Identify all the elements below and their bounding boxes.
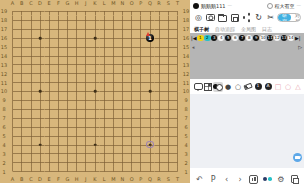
board-cell-T13[interactable]: [173, 60, 182, 69]
board-cell-P19[interactable]: [136, 7, 145, 16]
board-cell-L7[interactable]: [100, 114, 109, 123]
chart-icon[interactable]: [248, 173, 260, 185]
board-cell-T10[interactable]: [173, 87, 182, 96]
stone-color-toggle[interactable]: [261, 173, 273, 185]
board-cell-G6[interactable]: [63, 123, 72, 132]
board-cell-K16[interactable]: [90, 34, 99, 43]
board-cell-G8[interactable]: [63, 105, 72, 114]
board-cell-J13[interactable]: [81, 60, 90, 69]
board-cell-J19[interactable]: [81, 7, 90, 16]
board-cell-H6[interactable]: [72, 123, 81, 132]
board-cell-T18[interactable]: [173, 16, 182, 25]
board-cell-E2[interactable]: [45, 158, 54, 167]
board-cell-M15[interactable]: [109, 43, 118, 52]
board-cell-P4[interactable]: [136, 140, 145, 149]
board-cell-T5[interactable]: [173, 132, 182, 141]
board-cell-G15[interactable]: [63, 43, 72, 52]
white-stone-tool[interactable]: ○: [233, 82, 243, 92]
board-cell-G9[interactable]: [63, 96, 72, 105]
board-cell-L2[interactable]: [100, 158, 109, 167]
board-cell-N2[interactable]: [118, 158, 127, 167]
jump-to-start-icon[interactable]: |◀: [191, 36, 197, 41]
next-move-icon[interactable]: ›: [234, 173, 246, 185]
board-cell-J3[interactable]: [81, 149, 90, 158]
move-11-stone[interactable]: 11: [267, 35, 273, 41]
board-cell-G16[interactable]: [63, 34, 72, 43]
board-cell-N7[interactable]: [118, 114, 127, 123]
board-cell-J14[interactable]: [81, 51, 90, 60]
board-cell-Q13[interactable]: [145, 60, 154, 69]
board-cell-C14[interactable]: [26, 51, 35, 60]
board-cell-B17[interactable]: [17, 25, 26, 34]
board-cell-E4[interactable]: [45, 140, 54, 149]
board-cell-B2[interactable]: [17, 158, 26, 167]
board-cell-K10[interactable]: [90, 87, 99, 96]
move-7-stone[interactable]: 7: [239, 35, 245, 41]
board-cell-Q10[interactable]: [145, 87, 154, 96]
board-cell-R16[interactable]: [155, 34, 164, 43]
board-cell-G19[interactable]: [63, 7, 72, 16]
pass-button[interactable]: P: [207, 173, 219, 185]
board-cell-T11[interactable]: [173, 78, 182, 87]
board-cell-F18[interactable]: [54, 16, 63, 25]
board-cell-G12[interactable]: [63, 69, 72, 78]
board-cell-Q2[interactable]: [145, 158, 154, 167]
board-cell-T8[interactable]: [173, 105, 182, 114]
board-cell-C1[interactable]: [26, 167, 35, 176]
board-cell-R8[interactable]: [155, 105, 164, 114]
board-cell-D13[interactable]: [35, 60, 44, 69]
board-cell-Q7[interactable]: [145, 114, 154, 123]
board-cell-S6[interactable]: [164, 123, 173, 132]
board-cell-R4[interactable]: [155, 140, 164, 149]
board-cell-N13[interactable]: [118, 60, 127, 69]
board-cell-N9[interactable]: [118, 96, 127, 105]
board-cell-K12[interactable]: [90, 69, 99, 78]
board-cell-F9[interactable]: [54, 96, 63, 105]
board-cell-J2[interactable]: [81, 158, 90, 167]
board-cell-S1[interactable]: [164, 167, 173, 176]
letter-marker-tool[interactable]: A: [263, 82, 273, 92]
board-cell-O8[interactable]: [127, 105, 136, 114]
board-cell-O1[interactable]: [127, 167, 136, 176]
board-cell-Q14[interactable]: [145, 51, 154, 60]
board-cell-K18[interactable]: [90, 16, 99, 25]
board-cell-S17[interactable]: [164, 25, 173, 34]
board-cell-M17[interactable]: [109, 25, 118, 34]
board-cell-R5[interactable]: [155, 132, 164, 141]
board-cell-T17[interactable]: [173, 25, 182, 34]
board-cell-N16[interactable]: [118, 34, 127, 43]
board-cell-O3[interactable]: [127, 149, 136, 158]
board-cell-F13[interactable]: [54, 60, 63, 69]
board-cell-C19[interactable]: [26, 7, 35, 16]
board-cell-M1[interactable]: [109, 167, 118, 176]
board-cell-M18[interactable]: [109, 16, 118, 25]
board-cell-H1[interactable]: [72, 167, 81, 176]
board-cell-F4[interactable]: [54, 140, 63, 149]
board-cell-E12[interactable]: [45, 69, 54, 78]
board-cell-A2[interactable]: [8, 158, 17, 167]
board-cell-E1[interactable]: [45, 167, 54, 176]
board-cell-H9[interactable]: [72, 96, 81, 105]
board-cell-H3[interactable]: [72, 149, 81, 158]
board-cell-T14[interactable]: [173, 51, 182, 60]
board-cell-K6[interactable]: [90, 123, 99, 132]
board-cell-B4[interactable]: [17, 140, 26, 149]
board-cell-P10[interactable]: [136, 87, 145, 96]
board-cell-T6[interactable]: [173, 123, 182, 132]
circle-marker-tool[interactable]: ○: [283, 82, 293, 92]
board-cell-R2[interactable]: [155, 158, 164, 167]
board-cell-A8[interactable]: [8, 105, 17, 114]
move-14-stone[interactable]: 14: [288, 35, 294, 41]
board-cell-M12[interactable]: [109, 69, 118, 78]
record-icon[interactable]: ◎: [193, 12, 204, 23]
settings-icon[interactable]: ⚙: [275, 173, 287, 185]
board-cell-R11[interactable]: [155, 78, 164, 87]
board-cell-L14[interactable]: [100, 51, 109, 60]
board-cell-H14[interactable]: [72, 51, 81, 60]
board-cell-J15[interactable]: [81, 43, 90, 52]
board-cell-D4[interactable]: [35, 140, 44, 149]
board-cell-S9[interactable]: [164, 96, 173, 105]
board-cell-K7[interactable]: [90, 114, 99, 123]
tab-2[interactable]: 自动追踪: [215, 26, 235, 32]
board-cell-G2[interactable]: [63, 158, 72, 167]
board-cell-D5[interactable]: [35, 132, 44, 141]
fast-back-icon[interactable]: «: [192, 45, 195, 50]
tab-4[interactable]: 日志: [262, 26, 272, 32]
square-marker-tool[interactable]: □: [273, 82, 283, 92]
board-cell-M6[interactable]: [109, 123, 118, 132]
move-6-stone[interactable]: 6: [232, 35, 238, 41]
new-board-icon[interactable]: [288, 173, 300, 185]
board-cell-H19[interactable]: [72, 7, 81, 16]
board-cell-K8[interactable]: [90, 105, 99, 114]
board-cell-B14[interactable]: [17, 51, 26, 60]
board-cell-B6[interactable]: [17, 123, 26, 132]
board-cell-J5[interactable]: [81, 132, 90, 141]
board-cell-F17[interactable]: [54, 25, 63, 34]
open-file-icon[interactable]: [217, 12, 228, 23]
board-cell-Q19[interactable]: [145, 7, 154, 16]
board-cell-K14[interactable]: [90, 51, 99, 60]
board-cell-A16[interactable]: [8, 34, 17, 43]
board-cell-R12[interactable]: [155, 69, 164, 78]
board-cell-Q11[interactable]: [145, 78, 154, 87]
board-cell-B12[interactable]: [17, 69, 26, 78]
board-cell-J10[interactable]: [81, 87, 90, 96]
board-cell-N11[interactable]: [118, 78, 127, 87]
board-cell-S3[interactable]: [164, 149, 173, 158]
camera-fab[interactable]: [293, 153, 302, 162]
undo-icon[interactable]: ↶: [194, 173, 206, 185]
board-cell-D10[interactable]: [35, 87, 44, 96]
board-cell-M11[interactable]: [109, 78, 118, 87]
board-cell-N19[interactable]: [118, 7, 127, 16]
board-cell-P16[interactable]: [136, 34, 145, 43]
board-cell-N1[interactable]: [118, 167, 127, 176]
board-cell-S16[interactable]: [164, 34, 173, 43]
board-cell-O10[interactable]: [127, 87, 136, 96]
board-cell-J7[interactable]: [81, 114, 90, 123]
board-cell-H12[interactable]: [72, 69, 81, 78]
board-cell-O2[interactable]: [127, 158, 136, 167]
alternate-play-tool[interactable]: [213, 82, 223, 92]
board-cell-Q5[interactable]: [145, 132, 154, 141]
board-cell-N4[interactable]: [118, 140, 127, 149]
board-cell-T12[interactable]: [173, 69, 182, 78]
board-cell-T1[interactable]: [173, 167, 182, 176]
board-cell-T19[interactable]: [173, 7, 182, 16]
board-cell-K4[interactable]: [90, 140, 99, 149]
board-cell-L10[interactable]: [100, 87, 109, 96]
board-cell-M5[interactable]: [109, 132, 118, 141]
board-cell-P8[interactable]: [136, 105, 145, 114]
move-3-stone[interactable]: 3: [211, 35, 217, 41]
board-cell-E6[interactable]: [45, 123, 54, 132]
board-cell-F12[interactable]: [54, 69, 63, 78]
board-cell-G11[interactable]: [63, 78, 72, 87]
board-cell-L16[interactable]: [100, 34, 109, 43]
mode-toggle-game[interactable]: 对局: [291, 14, 301, 21]
board-cell-B3[interactable]: [17, 149, 26, 158]
board-cell-S10[interactable]: [164, 87, 173, 96]
board-cell-R6[interactable]: [155, 123, 164, 132]
board-cell-T15[interactable]: [173, 43, 182, 52]
board-cell-C3[interactable]: [26, 149, 35, 158]
black-stone-tool[interactable]: ●: [223, 82, 233, 92]
board-cell-A15[interactable]: [8, 43, 17, 52]
board-cell-H13[interactable]: [72, 60, 81, 69]
board-cell-S18[interactable]: [164, 16, 173, 25]
board-cell-R14[interactable]: [155, 51, 164, 60]
board-grid[interactable]: 1: [8, 7, 182, 176]
jump-to-end-icon[interactable]: ▶|: [295, 36, 301, 41]
board-cell-H10[interactable]: [72, 87, 81, 96]
board-cell-D16[interactable]: [35, 34, 44, 43]
board-cell-L12[interactable]: [100, 69, 109, 78]
board-cell-B1[interactable]: [17, 167, 26, 176]
board-cell-N14[interactable]: [118, 51, 127, 60]
board-cell-D14[interactable]: [35, 51, 44, 60]
board-cell-R15[interactable]: [155, 43, 164, 52]
board-cell-F6[interactable]: [54, 123, 63, 132]
board-cell-F10[interactable]: [54, 87, 63, 96]
board-cell-H15[interactable]: [72, 43, 81, 52]
board-cell-T7[interactable]: [173, 114, 182, 123]
board-cell-S5[interactable]: [164, 132, 173, 141]
board-cell-N10[interactable]: [118, 87, 127, 96]
board-cell-D8[interactable]: [35, 105, 44, 114]
board-cell-B9[interactable]: [17, 96, 26, 105]
board-cell-E10[interactable]: [45, 87, 54, 96]
eraser-tool[interactable]: [243, 82, 253, 92]
board-cell-F2[interactable]: [54, 158, 63, 167]
board-cell-A1[interactable]: [8, 167, 17, 176]
board-cell-F11[interactable]: [54, 78, 63, 87]
board-cell-L1[interactable]: [100, 167, 109, 176]
board-cell-G4[interactable]: [63, 140, 72, 149]
board-cell-E11[interactable]: [45, 78, 54, 87]
board-cell-K5[interactable]: [90, 132, 99, 141]
board-cell-P17[interactable]: [136, 25, 145, 34]
board-cell-G17[interactable]: [63, 25, 72, 34]
board-cell-T3[interactable]: [173, 149, 182, 158]
board-cell-O7[interactable]: [127, 114, 136, 123]
board-cell-M3[interactable]: [109, 149, 118, 158]
board-cell-E5[interactable]: [45, 132, 54, 141]
board-cell-J16[interactable]: [81, 34, 90, 43]
board-cell-A3[interactable]: [8, 149, 17, 158]
board-cell-R17[interactable]: [155, 25, 164, 34]
board-cell-O4[interactable]: [127, 140, 136, 149]
board-cell-E18[interactable]: [45, 16, 54, 25]
board-cell-D11[interactable]: [35, 78, 44, 87]
board-cell-K11[interactable]: [90, 78, 99, 87]
board-cell-D2[interactable]: [35, 158, 44, 167]
board-cell-K13[interactable]: [90, 60, 99, 69]
board-cell-R7[interactable]: [155, 114, 164, 123]
board-cell-S11[interactable]: [164, 78, 173, 87]
board-cell-A10[interactable]: [8, 87, 17, 96]
board-cell-O5[interactable]: [127, 132, 136, 141]
board-cell-P5[interactable]: [136, 132, 145, 141]
board-cell-G14[interactable]: [63, 51, 72, 60]
board-cell-N15[interactable]: [118, 43, 127, 52]
board-cell-C15[interactable]: [26, 43, 35, 52]
x-marker-tool[interactable]: ×: [303, 82, 304, 92]
board-cell-C2[interactable]: [26, 158, 35, 167]
board-cell-Q9[interactable]: [145, 96, 154, 105]
board-cell-L13[interactable]: [100, 60, 109, 69]
board-cell-Q3[interactable]: [145, 149, 154, 158]
board-cell-G10[interactable]: [63, 87, 72, 96]
comment-tool[interactable]: [193, 82, 203, 92]
board-cell-O19[interactable]: [127, 7, 136, 16]
board-cell-D1[interactable]: [35, 167, 44, 176]
move-12-stone[interactable]: 12: [274, 35, 280, 41]
board-cell-F5[interactable]: [54, 132, 63, 141]
camera-icon[interactable]: [205, 12, 216, 23]
board-cell-H17[interactable]: [72, 25, 81, 34]
board-cell-K3[interactable]: [90, 149, 99, 158]
board-cell-E8[interactable]: [45, 105, 54, 114]
board-cell-C10[interactable]: [26, 87, 35, 96]
board-cell-H5[interactable]: [72, 132, 81, 141]
board-cell-G18[interactable]: [63, 16, 72, 25]
board-cell-L3[interactable]: [100, 149, 109, 158]
board-cell-B18[interactable]: [17, 16, 26, 25]
board-cell-K9[interactable]: [90, 96, 99, 105]
rotate-icon[interactable]: ↻: [253, 12, 264, 23]
board-cell-E17[interactable]: [45, 25, 54, 34]
board-cell-S7[interactable]: [164, 114, 173, 123]
board-cell-S2[interactable]: [164, 158, 173, 167]
board-cell-J12[interactable]: [81, 69, 90, 78]
board-cell-B13[interactable]: [17, 60, 26, 69]
board-cell-A17[interactable]: [8, 25, 17, 34]
board-cell-H8[interactable]: [72, 105, 81, 114]
board-cell-O16[interactable]: [127, 34, 136, 43]
board-cell-A18[interactable]: [8, 16, 17, 25]
board-cell-H4[interactable]: [72, 140, 81, 149]
board-cell-O14[interactable]: [127, 51, 136, 60]
board-cell-C17[interactable]: [26, 25, 35, 34]
board-cell-L8[interactable]: [100, 105, 109, 114]
board-cell-B19[interactable]: [17, 7, 26, 16]
board-cell-N17[interactable]: [118, 25, 127, 34]
board-cell-E7[interactable]: [45, 114, 54, 123]
board-cell-K17[interactable]: [90, 25, 99, 34]
board-cell-J9[interactable]: [81, 96, 90, 105]
move-1-stone[interactable]: 1: [197, 35, 203, 41]
board-cell-M7[interactable]: [109, 114, 118, 123]
board-cell-S19[interactable]: [164, 7, 173, 16]
board-cell-G5[interactable]: [63, 132, 72, 141]
board-cell-S4[interactable]: [164, 140, 173, 149]
board-cell-L15[interactable]: [100, 43, 109, 52]
board-cell-F16[interactable]: [54, 34, 63, 43]
board-cell-F1[interactable]: [54, 167, 63, 176]
board-cell-H18[interactable]: [72, 16, 81, 25]
board-cell-C12[interactable]: [26, 69, 35, 78]
move-5-stone[interactable]: 5: [225, 35, 231, 41]
board-cell-G7[interactable]: [63, 114, 72, 123]
board-cell-L18[interactable]: [100, 16, 109, 25]
board-cell-C13[interactable]: [26, 60, 35, 69]
board-cell-C18[interactable]: [26, 16, 35, 25]
board-cell-E15[interactable]: [45, 43, 54, 52]
board-cell-S14[interactable]: [164, 51, 173, 60]
board-cell-L9[interactable]: [100, 96, 109, 105]
board-cell-C16[interactable]: [26, 34, 35, 43]
board-cell-O9[interactable]: [127, 96, 136, 105]
board-cell-P12[interactable]: [136, 69, 145, 78]
board-cell-G3[interactable]: [63, 149, 72, 158]
board-cell-N6[interactable]: [118, 123, 127, 132]
board-cell-F14[interactable]: [54, 51, 63, 60]
board-cell-B7[interactable]: [17, 114, 26, 123]
board-cell-N18[interactable]: [118, 16, 127, 25]
board-cell-A19[interactable]: [8, 7, 17, 16]
board-cell-T9[interactable]: [173, 96, 182, 105]
mode-toggle[interactable]: 研究 对局: [277, 13, 301, 22]
play-forward-icon[interactable]: ▷: [298, 45, 302, 50]
board-cell-S8[interactable]: [164, 105, 173, 114]
board-cell-P14[interactable]: [136, 51, 145, 60]
board-cell-C9[interactable]: [26, 96, 35, 105]
board-cell-A4[interactable]: [8, 140, 17, 149]
board-cell-J8[interactable]: [81, 105, 90, 114]
board-cell-A11[interactable]: [8, 78, 17, 87]
board-cell-D18[interactable]: [35, 16, 44, 25]
move-13-stone[interactable]: 13: [281, 35, 287, 41]
board-cell-E13[interactable]: [45, 60, 54, 69]
board-cell-K15[interactable]: [90, 43, 99, 52]
board-cell-K2[interactable]: [90, 158, 99, 167]
board-cell-Q12[interactable]: [145, 69, 154, 78]
board-cell-K19[interactable]: [90, 7, 99, 16]
board-cell-M19[interactable]: [109, 7, 118, 16]
number-marker-tool[interactable]: 1: [253, 82, 263, 92]
board-cell-C5[interactable]: [26, 132, 35, 141]
board-cell-P2[interactable]: [136, 158, 145, 167]
board-cell-A7[interactable]: [8, 114, 17, 123]
board-cell-P15[interactable]: [136, 43, 145, 52]
tab-3[interactable]: 全局图: [241, 26, 256, 32]
